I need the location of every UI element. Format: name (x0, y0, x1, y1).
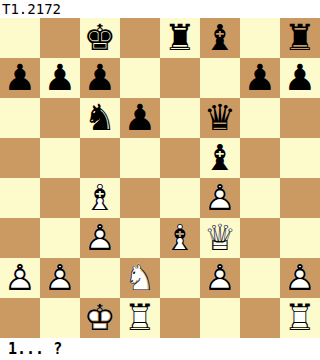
black-pawn-h7[interactable]: ♟ (280, 58, 320, 98)
piece-outline: ♙ (0, 258, 40, 298)
square-e7[interactable] (160, 58, 200, 98)
piece-outline: ♖ (280, 298, 320, 338)
square-h6[interactable] (280, 98, 320, 138)
black-bishop-f5[interactable]: ♝ (200, 138, 240, 178)
square-c5[interactable] (80, 138, 120, 178)
square-f4[interactable]: ♟♙ (200, 178, 240, 218)
square-h4[interactable] (280, 178, 320, 218)
black-pawn-a7[interactable]: ♟ (0, 58, 40, 98)
square-a5[interactable] (0, 138, 40, 178)
square-g7[interactable]: ♟ (240, 58, 280, 98)
square-h2[interactable]: ♟♙ (280, 258, 320, 298)
square-e3[interactable]: ♝♗ (160, 218, 200, 258)
square-e8[interactable]: ♜ (160, 18, 200, 58)
piece-outline: ♔ (80, 298, 120, 338)
white-pawn-c3[interactable]: ♟♙ (80, 218, 120, 258)
square-e5[interactable] (160, 138, 200, 178)
square-d8[interactable] (120, 18, 160, 58)
square-h1[interactable]: ♜♖ (280, 298, 320, 338)
square-f5[interactable]: ♝ (200, 138, 240, 178)
square-d2[interactable]: ♞♘ (120, 258, 160, 298)
square-b7[interactable]: ♟ (40, 58, 80, 98)
square-c6[interactable]: ♞ (80, 98, 120, 138)
square-f7[interactable] (200, 58, 240, 98)
piece-outline: ♕ (200, 218, 240, 258)
black-pawn-g7[interactable]: ♟ (240, 58, 280, 98)
square-h3[interactable] (280, 218, 320, 258)
square-e1[interactable] (160, 298, 200, 338)
square-h5[interactable] (280, 138, 320, 178)
square-h7[interactable]: ♟ (280, 58, 320, 98)
square-g5[interactable] (240, 138, 280, 178)
square-f1[interactable] (200, 298, 240, 338)
square-f3[interactable]: ♛♕ (200, 218, 240, 258)
black-queen-f6[interactable]: ♛ (200, 98, 240, 138)
square-g4[interactable] (240, 178, 280, 218)
square-d5[interactable] (120, 138, 160, 178)
black-knight-c6[interactable]: ♞ (80, 98, 120, 138)
square-c4[interactable]: ♝♗ (80, 178, 120, 218)
white-king-c1[interactable]: ♚♔ (80, 298, 120, 338)
piece-outline: ♙ (80, 218, 120, 258)
black-pawn-c7[interactable]: ♟ (80, 58, 120, 98)
square-b8[interactable] (40, 18, 80, 58)
piece-outline: ♖ (120, 298, 160, 338)
square-f2[interactable]: ♟♙ (200, 258, 240, 298)
white-pawn-f2[interactable]: ♟♙ (200, 258, 240, 298)
white-bishop-c4[interactable]: ♝♗ (80, 178, 120, 218)
square-b4[interactable] (40, 178, 80, 218)
piece-outline: ♙ (40, 258, 80, 298)
square-b3[interactable] (40, 218, 80, 258)
square-c7[interactable]: ♟ (80, 58, 120, 98)
square-a1[interactable] (0, 298, 40, 338)
black-rook-e8[interactable]: ♜ (160, 18, 200, 58)
square-g1[interactable] (240, 298, 280, 338)
white-rook-h1[interactable]: ♜♖ (280, 298, 320, 338)
square-b2[interactable]: ♟♙ (40, 258, 80, 298)
square-a2[interactable]: ♟♙ (0, 258, 40, 298)
square-d7[interactable] (120, 58, 160, 98)
square-a7[interactable]: ♟ (0, 58, 40, 98)
square-d4[interactable] (120, 178, 160, 218)
square-e2[interactable] (160, 258, 200, 298)
black-king-c8[interactable]: ♚ (80, 18, 120, 58)
square-d1[interactable]: ♜♖ (120, 298, 160, 338)
square-b5[interactable] (40, 138, 80, 178)
square-f6[interactable]: ♛ (200, 98, 240, 138)
puzzle-title-bar: T1.2172 (0, 0, 320, 18)
black-bishop-f8[interactable]: ♝ (200, 18, 240, 58)
black-rook-h8[interactable]: ♜ (280, 18, 320, 58)
square-e6[interactable] (160, 98, 200, 138)
white-pawn-f4[interactable]: ♟♙ (200, 178, 240, 218)
white-rook-d1[interactable]: ♜♖ (120, 298, 160, 338)
square-c1[interactable]: ♚♔ (80, 298, 120, 338)
square-h8[interactable]: ♜ (280, 18, 320, 58)
white-pawn-b2[interactable]: ♟♙ (40, 258, 80, 298)
white-knight-d2[interactable]: ♞♘ (120, 258, 160, 298)
square-c2[interactable] (80, 258, 120, 298)
square-c3[interactable]: ♟♙ (80, 218, 120, 258)
white-queen-f3[interactable]: ♛♕ (200, 218, 240, 258)
square-g3[interactable] (240, 218, 280, 258)
square-c8[interactable]: ♚ (80, 18, 120, 58)
white-pawn-h2[interactable]: ♟♙ (280, 258, 320, 298)
black-pawn-b7[interactable]: ♟ (40, 58, 80, 98)
piece-outline: ♘ (120, 258, 160, 298)
white-pawn-a2[interactable]: ♟♙ (0, 258, 40, 298)
square-d3[interactable] (120, 218, 160, 258)
piece-outline: ♗ (80, 178, 120, 218)
square-b6[interactable] (40, 98, 80, 138)
white-bishop-e3[interactable]: ♝♗ (160, 218, 200, 258)
square-a6[interactable] (0, 98, 40, 138)
square-f8[interactable]: ♝ (200, 18, 240, 58)
black-pawn-d6[interactable]: ♟ (120, 98, 160, 138)
chess-board: ♚♜♝♜♟♟♟♟♟♞♟♛♝♝♗♟♙♟♙♝♗♛♕♟♙♟♙♞♘♟♙♟♙♚♔♜♖♜♖ (0, 18, 320, 338)
square-g2[interactable] (240, 258, 280, 298)
square-b1[interactable] (40, 298, 80, 338)
square-d6[interactable]: ♟ (120, 98, 160, 138)
status-bar: 1... ? (0, 338, 320, 360)
piece-outline: ♙ (280, 258, 320, 298)
puzzle-id: T1.2172 (2, 1, 61, 17)
piece-outline: ♙ (200, 178, 240, 218)
piece-outline: ♗ (160, 218, 200, 258)
move-prompt: 1... ? (8, 340, 62, 358)
square-a8[interactable] (0, 18, 40, 58)
square-e4[interactable] (160, 178, 200, 218)
square-g6[interactable] (240, 98, 280, 138)
square-a3[interactable] (0, 218, 40, 258)
square-g8[interactable] (240, 18, 280, 58)
square-a4[interactable] (0, 178, 40, 218)
piece-outline: ♙ (200, 258, 240, 298)
